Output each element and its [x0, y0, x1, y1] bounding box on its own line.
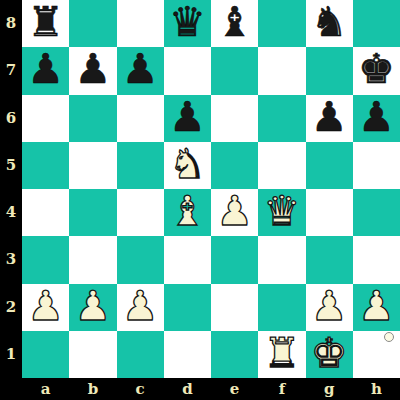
square-d6[interactable]: ♟ — [164, 95, 211, 142]
rank-label-1: 1 — [0, 331, 22, 378]
square-a2[interactable]: ♟ — [22, 284, 69, 331]
file-label-c: c — [117, 378, 164, 400]
square-c8[interactable] — [117, 0, 164, 47]
square-d7[interactable] — [164, 47, 211, 94]
white-pawn[interactable]: ♟ — [27, 286, 64, 327]
square-e5[interactable] — [211, 142, 258, 189]
square-d3[interactable] — [164, 236, 211, 283]
square-f1[interactable]: ♜ — [258, 331, 305, 378]
square-h7[interactable]: ♚ — [353, 47, 400, 94]
file-label-a: a — [22, 378, 69, 400]
square-h8[interactable] — [353, 0, 400, 47]
square-e4[interactable]: ♟ — [211, 189, 258, 236]
rank-label-4: 4 — [0, 189, 22, 236]
square-b3[interactable] — [69, 236, 116, 283]
square-e6[interactable] — [211, 95, 258, 142]
black-pawn[interactable]: ♟ — [311, 97, 348, 138]
square-c5[interactable] — [117, 142, 164, 189]
square-a5[interactable] — [22, 142, 69, 189]
square-d1[interactable] — [164, 331, 211, 378]
square-g2[interactable]: ♟ — [306, 284, 353, 331]
square-c2[interactable]: ♟ — [117, 284, 164, 331]
square-g1[interactable]: ♚ — [306, 331, 353, 378]
file-label-e: e — [211, 378, 258, 400]
black-pawn[interactable]: ♟ — [122, 49, 159, 90]
black-rook[interactable]: ♜ — [27, 2, 64, 43]
square-f3[interactable] — [258, 236, 305, 283]
square-c4[interactable] — [117, 189, 164, 236]
square-d8[interactable]: ♛ — [164, 0, 211, 47]
square-f6[interactable] — [258, 95, 305, 142]
white-bishop[interactable]: ♝ — [169, 191, 206, 232]
square-b4[interactable] — [69, 189, 116, 236]
square-c1[interactable] — [117, 331, 164, 378]
square-c6[interactable] — [117, 95, 164, 142]
square-g6[interactable]: ♟ — [306, 95, 353, 142]
square-a3[interactable] — [22, 236, 69, 283]
file-labels: abcdefgh — [22, 378, 400, 400]
square-f2[interactable] — [258, 284, 305, 331]
square-c7[interactable]: ♟ — [117, 47, 164, 94]
square-g3[interactable] — [306, 236, 353, 283]
rank-label-3: 3 — [0, 236, 22, 283]
square-h6[interactable]: ♟ — [353, 95, 400, 142]
white-pawn[interactable]: ♟ — [358, 286, 395, 327]
square-f8[interactable] — [258, 0, 305, 47]
square-f7[interactable] — [258, 47, 305, 94]
file-label-h: h — [353, 378, 400, 400]
black-knight[interactable]: ♞ — [311, 2, 348, 43]
white-to-move-indicator — [384, 332, 394, 342]
square-b8[interactable] — [69, 0, 116, 47]
rank-label-5: 5 — [0, 142, 22, 189]
chess-diagram: 87654321 ♜♛♝♞♟♟♟♚♟♟♟♞♝♟♛♟♟♟♟♟♜♚ abcdefgh — [0, 0, 400, 400]
black-king[interactable]: ♚ — [358, 49, 395, 90]
white-knight[interactable]: ♞ — [169, 144, 206, 185]
square-f4[interactable]: ♛ — [258, 189, 305, 236]
square-h2[interactable]: ♟ — [353, 284, 400, 331]
rank-label-7: 7 — [0, 47, 22, 94]
rank-label-2: 2 — [0, 284, 22, 331]
square-e1[interactable] — [211, 331, 258, 378]
square-b7[interactable]: ♟ — [69, 47, 116, 94]
square-a7[interactable]: ♟ — [22, 47, 69, 94]
black-pawn[interactable]: ♟ — [74, 49, 111, 90]
black-pawn[interactable]: ♟ — [169, 97, 206, 138]
square-h5[interactable] — [353, 142, 400, 189]
square-f5[interactable] — [258, 142, 305, 189]
square-b2[interactable]: ♟ — [69, 284, 116, 331]
white-rook[interactable]: ♜ — [263, 333, 300, 374]
square-g7[interactable] — [306, 47, 353, 94]
square-b6[interactable] — [69, 95, 116, 142]
square-e7[interactable] — [211, 47, 258, 94]
square-c3[interactable] — [117, 236, 164, 283]
square-d5[interactable]: ♞ — [164, 142, 211, 189]
black-pawn[interactable]: ♟ — [27, 49, 64, 90]
square-g8[interactable]: ♞ — [306, 0, 353, 47]
file-label-d: d — [164, 378, 211, 400]
square-e3[interactable] — [211, 236, 258, 283]
square-a4[interactable] — [22, 189, 69, 236]
file-label-f: f — [258, 378, 305, 400]
rank-label-8: 8 — [0, 0, 22, 47]
square-a8[interactable]: ♜ — [22, 0, 69, 47]
white-pawn[interactable]: ♟ — [216, 191, 253, 232]
chess-board[interactable]: ♜♛♝♞♟♟♟♚♟♟♟♞♝♟♛♟♟♟♟♟♜♚ — [22, 0, 400, 378]
rank-label-6: 6 — [0, 95, 22, 142]
white-queen[interactable]: ♛ — [263, 191, 300, 232]
white-pawn[interactable]: ♟ — [122, 286, 159, 327]
square-a6[interactable] — [22, 95, 69, 142]
square-h3[interactable] — [353, 236, 400, 283]
square-e8[interactable]: ♝ — [211, 0, 258, 47]
file-label-b: b — [69, 378, 116, 400]
rank-labels: 87654321 — [0, 0, 22, 378]
square-b1[interactable] — [69, 331, 116, 378]
square-d2[interactable] — [164, 284, 211, 331]
white-king[interactable]: ♚ — [311, 333, 348, 374]
square-h4[interactable] — [353, 189, 400, 236]
square-g4[interactable] — [306, 189, 353, 236]
square-g5[interactable] — [306, 142, 353, 189]
black-bishop[interactable]: ♝ — [216, 2, 253, 43]
square-e2[interactable] — [211, 284, 258, 331]
black-queen[interactable]: ♛ — [169, 2, 206, 43]
square-a1[interactable] — [22, 331, 69, 378]
white-pawn[interactable]: ♟ — [311, 286, 348, 327]
file-label-g: g — [306, 378, 353, 400]
black-pawn[interactable]: ♟ — [358, 97, 395, 138]
square-d4[interactable]: ♝ — [164, 189, 211, 236]
square-b5[interactable] — [69, 142, 116, 189]
white-pawn[interactable]: ♟ — [74, 286, 111, 327]
